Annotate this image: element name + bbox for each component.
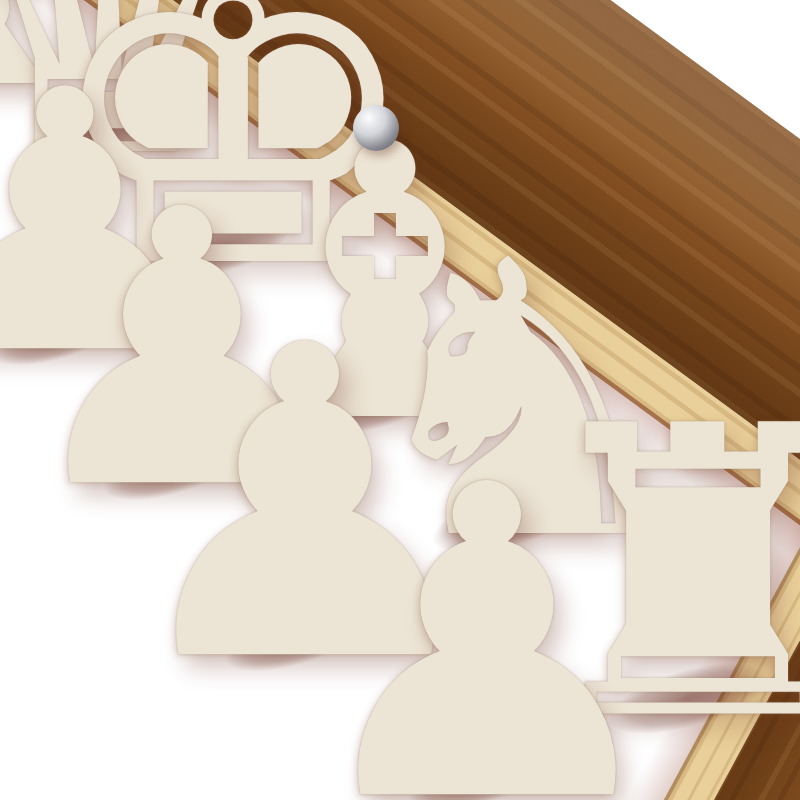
pieces-layer: ♝♛♚♟♝♟♞♟♜♟ xyxy=(0,0,800,800)
piece-white-pawn-g2[interactable]: ♟ xyxy=(272,430,702,800)
bishop-finial-silver-ball-icon xyxy=(353,105,399,151)
chess-photo-stage: ABCDEFGH ♝♛♚♟♝♟♞♟♜♟ xyxy=(0,0,800,800)
